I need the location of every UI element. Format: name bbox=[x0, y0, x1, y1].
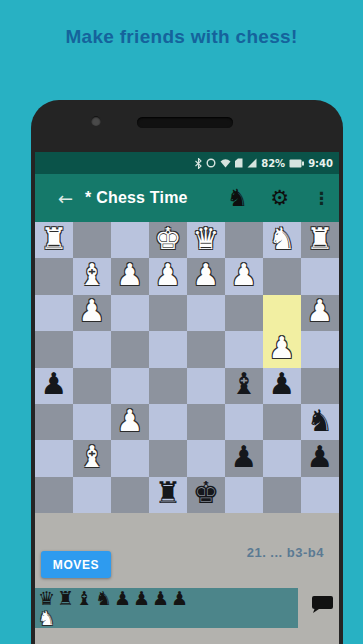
square-a4[interactable] bbox=[301, 331, 339, 367]
white-K-piece: ♚ bbox=[155, 224, 182, 254]
square-f7[interactable] bbox=[111, 440, 149, 476]
square-b5[interactable]: ♟ bbox=[263, 368, 301, 404]
square-c7[interactable]: ♟ bbox=[225, 440, 263, 476]
tagline: Make friends with chess! bbox=[0, 26, 363, 48]
sim-icon bbox=[235, 158, 243, 168]
square-f2[interactable]: ♟ bbox=[111, 258, 149, 294]
square-h6[interactable] bbox=[35, 404, 73, 440]
bluetooth-icon bbox=[195, 158, 202, 169]
square-h7[interactable] bbox=[35, 440, 73, 476]
data-saver-icon bbox=[206, 158, 216, 168]
battery-percent: 82% bbox=[261, 158, 285, 169]
square-a6[interactable]: ♞ bbox=[301, 404, 339, 440]
square-g5[interactable] bbox=[73, 368, 111, 404]
square-g2[interactable]: ♝ bbox=[73, 258, 111, 294]
square-c8[interactable] bbox=[225, 477, 263, 513]
square-e4[interactable] bbox=[149, 331, 187, 367]
last-move-label: 21. ... b3-b4 bbox=[247, 545, 324, 560]
black-K-piece: ♚ bbox=[193, 478, 220, 508]
white-R-piece: ♜ bbox=[41, 224, 68, 254]
square-b3[interactable] bbox=[263, 295, 301, 331]
overflow-menu-icon[interactable]: ⋮ bbox=[313, 190, 330, 207]
white-R-piece: ♜ bbox=[307, 224, 334, 254]
game-panel: 21. ... b3-b4 MOVES ♛♜♝♞♟♟♟♟♞ bbox=[35, 513, 339, 644]
square-d4[interactable] bbox=[187, 331, 225, 367]
square-g6[interactable] bbox=[73, 404, 111, 440]
chat-bubble-icon[interactable] bbox=[312, 596, 333, 613]
square-f1[interactable] bbox=[111, 222, 149, 258]
black-P-piece: ♟ bbox=[269, 369, 296, 399]
square-e8[interactable]: ♜ bbox=[149, 477, 187, 513]
white-P-piece: ♟ bbox=[155, 260, 182, 290]
square-d2[interactable]: ♟ bbox=[187, 258, 225, 294]
square-g7[interactable]: ♝ bbox=[73, 440, 111, 476]
clock-time: 9:40 bbox=[308, 158, 333, 169]
white-N-piece: ♞ bbox=[269, 224, 296, 254]
white-B-piece: ♝ bbox=[79, 260, 106, 290]
captured-black-B-piece: ♝ bbox=[75, 588, 94, 608]
square-g3[interactable]: ♟ bbox=[73, 295, 111, 331]
square-a1[interactable]: ♜ bbox=[301, 222, 339, 258]
square-g1[interactable] bbox=[73, 222, 111, 258]
captured-black-P-piece: ♟ bbox=[132, 588, 151, 608]
square-e5[interactable] bbox=[149, 368, 187, 404]
wifi-icon bbox=[220, 158, 231, 168]
square-a2[interactable] bbox=[301, 258, 339, 294]
square-e7[interactable] bbox=[149, 440, 187, 476]
black-R-piece: ♜ bbox=[155, 478, 182, 508]
white-P-piece: ♟ bbox=[79, 296, 106, 326]
captured-white-row: ♞ bbox=[37, 608, 296, 628]
square-a3[interactable]: ♟ bbox=[301, 295, 339, 331]
square-b8[interactable] bbox=[263, 477, 301, 513]
captured-black-Q-piece: ♛ bbox=[37, 588, 56, 608]
square-h1[interactable]: ♜ bbox=[35, 222, 73, 258]
black-B-piece: ♝ bbox=[231, 369, 258, 399]
knight-games-icon[interactable]: ♞ bbox=[227, 186, 249, 210]
square-f4[interactable] bbox=[111, 331, 149, 367]
square-d1[interactable]: ♛ bbox=[187, 222, 225, 258]
square-h8[interactable] bbox=[35, 477, 73, 513]
white-P-piece: ♟ bbox=[231, 260, 258, 290]
square-d5[interactable] bbox=[187, 368, 225, 404]
front-camera-icon bbox=[91, 116, 101, 126]
square-a8[interactable] bbox=[301, 477, 339, 513]
captured-black-N-piece: ♞ bbox=[94, 588, 113, 608]
square-b2[interactable] bbox=[263, 258, 301, 294]
square-h2[interactable] bbox=[35, 258, 73, 294]
square-c4[interactable] bbox=[225, 331, 263, 367]
white-P-piece: ♟ bbox=[117, 260, 144, 290]
white-Q-piece: ♛ bbox=[193, 224, 220, 254]
captured-pieces-tray: ♛♜♝♞♟♟♟♟♞ bbox=[35, 588, 298, 628]
black-P-piece: ♟ bbox=[307, 442, 334, 472]
square-e3[interactable] bbox=[149, 295, 187, 331]
square-f6[interactable]: ♟ bbox=[111, 404, 149, 440]
white-P-piece: ♟ bbox=[117, 406, 144, 436]
square-d6[interactable] bbox=[187, 404, 225, 440]
square-b6[interactable] bbox=[263, 404, 301, 440]
square-d3[interactable] bbox=[187, 295, 225, 331]
captured-black-R-piece: ♜ bbox=[56, 588, 75, 608]
square-f8[interactable] bbox=[111, 477, 149, 513]
square-e1[interactable]: ♚ bbox=[149, 222, 187, 258]
square-f3[interactable] bbox=[111, 295, 149, 331]
captured-black-P-piece: ♟ bbox=[151, 588, 170, 608]
square-f5[interactable] bbox=[111, 368, 149, 404]
app-title: * Chess Time bbox=[85, 189, 188, 207]
chess-board[interactable]: ♜♚♛♞♜♝♟♟♟♟♟♟♟♟♝♟♟♞♝♟♟♜♚ bbox=[35, 222, 339, 513]
earpiece-speaker bbox=[137, 117, 233, 128]
square-c1[interactable] bbox=[225, 222, 263, 258]
square-d7[interactable] bbox=[187, 440, 225, 476]
app-bar: ← * Chess Time ♞ ⚙ ⋮ bbox=[35, 174, 339, 222]
square-c3[interactable] bbox=[225, 295, 263, 331]
captured-black-P-piece: ♟ bbox=[170, 588, 189, 608]
promo-page: Make friends with chess! bbox=[0, 0, 363, 644]
square-g4[interactable] bbox=[73, 331, 111, 367]
phone-screen: 82% 9:40 ← * Chess Time ♞ ⚙ ⋮ ♜♚♛♞♜♝♟♟♟♟… bbox=[35, 152, 339, 644]
black-P-piece: ♟ bbox=[41, 369, 68, 399]
black-P-piece: ♟ bbox=[231, 442, 258, 472]
square-b7[interactable] bbox=[263, 440, 301, 476]
back-arrow-icon[interactable]: ← bbox=[58, 188, 73, 209]
square-e2[interactable]: ♟ bbox=[149, 258, 187, 294]
white-P-piece: ♟ bbox=[193, 260, 220, 290]
square-c6[interactable] bbox=[225, 404, 263, 440]
square-h3[interactable] bbox=[35, 295, 73, 331]
white-B-piece: ♝ bbox=[79, 442, 106, 472]
signal-icon bbox=[247, 158, 257, 168]
square-h4[interactable] bbox=[35, 331, 73, 367]
phone-mockup: 82% 9:40 ← * Chess Time ♞ ⚙ ⋮ ♜♚♛♞♜♝♟♟♟♟… bbox=[31, 100, 343, 644]
square-a5[interactable] bbox=[301, 368, 339, 404]
settings-gear-icon[interactable]: ⚙ bbox=[270, 188, 289, 209]
captured-white-N-piece: ♞ bbox=[37, 608, 56, 628]
captured-black-row: ♛♜♝♞♟♟♟♟ bbox=[37, 588, 296, 608]
status-bar: 82% 9:40 bbox=[35, 152, 339, 174]
square-h5[interactable]: ♟ bbox=[35, 368, 73, 404]
white-P-piece: ♟ bbox=[269, 333, 296, 363]
square-b1[interactable]: ♞ bbox=[263, 222, 301, 258]
captured-black-P-piece: ♟ bbox=[113, 588, 132, 608]
square-c2[interactable]: ♟ bbox=[225, 258, 263, 294]
black-N-piece: ♞ bbox=[307, 406, 334, 436]
white-P-piece: ♟ bbox=[307, 296, 334, 326]
square-a7[interactable]: ♟ bbox=[301, 440, 339, 476]
square-c5[interactable]: ♝ bbox=[225, 368, 263, 404]
square-g8[interactable] bbox=[73, 477, 111, 513]
moves-button[interactable]: MOVES bbox=[41, 551, 111, 578]
square-d8[interactable]: ♚ bbox=[187, 477, 225, 513]
battery-icon bbox=[289, 159, 304, 168]
app-bar-actions: ♞ ⚙ ⋮ bbox=[227, 186, 339, 210]
square-b4[interactable]: ♟ bbox=[263, 331, 301, 367]
square-e6[interactable] bbox=[149, 404, 187, 440]
